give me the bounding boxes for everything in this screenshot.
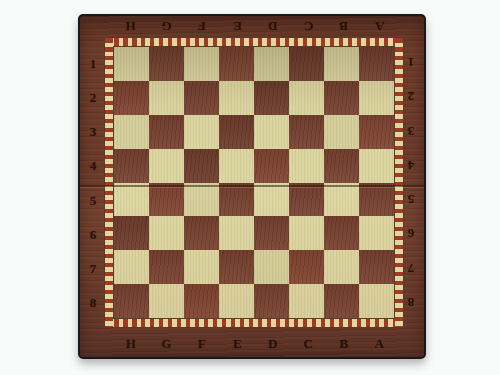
square-d5[interactable] [254, 183, 289, 217]
rank-label: 6 [401, 217, 421, 251]
square-c2[interactable] [289, 81, 324, 115]
square-h7[interactable] [114, 250, 149, 284]
square-b7[interactable] [324, 250, 359, 284]
ribbon-right [395, 38, 403, 327]
file-label: A [362, 19, 398, 35]
square-c5[interactable] [289, 183, 324, 217]
square-e1[interactable] [219, 47, 254, 81]
square-h1[interactable] [114, 47, 149, 81]
file-label: G [149, 19, 185, 35]
rank-label: 3 [401, 115, 421, 149]
square-b2[interactable] [324, 81, 359, 115]
square-c7[interactable] [289, 250, 324, 284]
square-c8[interactable] [289, 284, 324, 318]
square-e5[interactable] [219, 183, 254, 217]
square-g5[interactable] [149, 183, 184, 217]
square-e6[interactable] [219, 216, 254, 250]
square-g6[interactable] [149, 216, 184, 250]
square-d8[interactable] [254, 284, 289, 318]
file-label: H [113, 335, 149, 351]
square-f6[interactable] [184, 216, 219, 250]
square-a5[interactable] [359, 183, 394, 217]
file-labels-top: HGFEDCBA [113, 19, 397, 35]
file-label: D [255, 19, 291, 35]
square-g1[interactable] [149, 47, 184, 81]
square-f1[interactable] [184, 47, 219, 81]
square-h3[interactable] [114, 115, 149, 149]
square-d6[interactable] [254, 216, 289, 250]
file-label: G [149, 335, 185, 351]
square-h4[interactable] [114, 149, 149, 183]
file-label: H [113, 19, 149, 35]
square-c6[interactable] [289, 216, 324, 250]
rank-label: 4 [401, 149, 421, 183]
file-label: C [291, 335, 327, 351]
square-a8[interactable] [359, 284, 394, 318]
square-a1[interactable] [359, 47, 394, 81]
square-g8[interactable] [149, 284, 184, 318]
file-label: E [220, 19, 256, 35]
file-label: D [255, 335, 291, 351]
square-a4[interactable] [359, 149, 394, 183]
square-h2[interactable] [114, 81, 149, 115]
photo-background: HGFEDCBA HGFEDCBA 12345678 12345678 [0, 0, 500, 375]
square-h5[interactable] [114, 183, 149, 217]
square-a7[interactable] [359, 250, 394, 284]
square-g2[interactable] [149, 81, 184, 115]
square-b6[interactable] [324, 216, 359, 250]
square-b4[interactable] [324, 149, 359, 183]
file-label: B [326, 19, 362, 35]
square-d3[interactable] [254, 115, 289, 149]
rank-label: 3 [83, 115, 103, 149]
rank-label: 5 [401, 183, 421, 217]
square-b3[interactable] [324, 115, 359, 149]
file-label: E [220, 335, 256, 351]
rank-label: 1 [401, 46, 421, 80]
square-e2[interactable] [219, 81, 254, 115]
square-h6[interactable] [114, 216, 149, 250]
square-f2[interactable] [184, 81, 219, 115]
ribbon-top [105, 38, 403, 46]
square-a3[interactable] [359, 115, 394, 149]
square-a2[interactable] [359, 81, 394, 115]
square-f5[interactable] [184, 183, 219, 217]
board-inlay-border [104, 37, 404, 328]
square-d2[interactable] [254, 81, 289, 115]
square-f3[interactable] [184, 115, 219, 149]
file-labels-bottom: HGFEDCBA [113, 335, 397, 351]
square-e7[interactable] [219, 250, 254, 284]
square-g7[interactable] [149, 250, 184, 284]
square-c3[interactable] [289, 115, 324, 149]
rank-labels-right: 12345678 [401, 46, 421, 320]
file-label: B [326, 335, 362, 351]
square-g3[interactable] [149, 115, 184, 149]
square-c4[interactable] [289, 149, 324, 183]
square-d1[interactable] [254, 47, 289, 81]
square-e4[interactable] [219, 149, 254, 183]
square-f7[interactable] [184, 250, 219, 284]
file-label: F [184, 335, 220, 351]
square-h8[interactable] [114, 284, 149, 318]
rank-label: 4 [83, 149, 103, 183]
rank-labels-left: 12345678 [83, 46, 103, 320]
square-b8[interactable] [324, 284, 359, 318]
square-e8[interactable] [219, 284, 254, 318]
rank-label: 7 [83, 252, 103, 286]
rank-label: 2 [83, 80, 103, 114]
square-b1[interactable] [324, 47, 359, 81]
chessboard: HGFEDCBA HGFEDCBA 12345678 12345678 [78, 14, 426, 359]
square-f8[interactable] [184, 284, 219, 318]
rank-label: 8 [401, 286, 421, 320]
rank-label: 7 [401, 252, 421, 286]
square-a6[interactable] [359, 216, 394, 250]
square-d7[interactable] [254, 250, 289, 284]
rank-label: 1 [83, 46, 103, 80]
ribbon-bottom [105, 319, 403, 327]
rank-label: 5 [83, 183, 103, 217]
square-b5[interactable] [324, 183, 359, 217]
file-label: A [362, 335, 398, 351]
square-f4[interactable] [184, 149, 219, 183]
file-label: F [184, 19, 220, 35]
square-g4[interactable] [149, 149, 184, 183]
file-label: C [291, 19, 327, 35]
square-c1[interactable] [289, 47, 324, 81]
rank-label: 6 [83, 217, 103, 251]
board-grid [113, 46, 395, 319]
square-d4[interactable] [254, 149, 289, 183]
square-e3[interactable] [219, 115, 254, 149]
rank-label: 8 [83, 286, 103, 320]
rank-label: 2 [401, 80, 421, 114]
ribbon-left [105, 38, 113, 327]
